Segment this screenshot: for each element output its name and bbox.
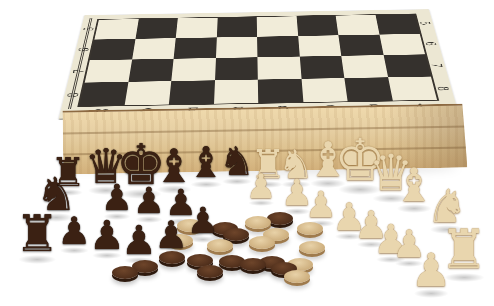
board-square-e7 [215,57,258,80]
board-square-f5 [176,18,218,38]
board-square-d6 [257,36,299,57]
rank-label-right-5: 5 [397,19,454,27]
checker-disc-light [284,270,310,283]
dark-pawn-piece: ♟ [154,216,188,254]
board-square-b5 [336,15,379,35]
board-square-e8 [214,79,259,103]
rank-label-right-7: 7 [407,61,468,70]
board-square-f7 [171,58,215,81]
board-square-b7 [341,55,387,78]
dark-rook-piece: ♜ [15,209,60,259]
checker-disc-dark [112,266,138,279]
board-square-g7 [128,59,174,82]
board-square-e5 [216,17,257,37]
board-square-f6 [174,37,217,59]
product-photo: 5678 5678 HGFEDCBA ♜♛♚♝♝♞♞♟♟♟♜♟♟♟♟♟♜♞♝♚♛… [0,0,494,306]
board-square-g5 [135,18,178,38]
dark-pawn-piece: ♟ [89,215,125,255]
board-square-g8 [124,81,171,105]
board-square-f8 [169,80,215,104]
rank-label-left-8: 8 [41,90,104,99]
checker-disc-light [249,236,275,249]
dark-pawn-piece: ♟ [57,212,91,250]
dark-pawn-piece: ♟ [121,220,157,260]
rank-label-right-8: 8 [412,84,475,93]
rank-label-right-6: 6 [402,40,461,48]
light-pawn-piece: ♟ [410,247,451,293]
dark-pawn-piece: ♟ [187,203,219,239]
rank-label-left-6: 6 [53,46,112,54]
checker-disc-dark [159,251,185,264]
board-square-d8 [258,79,303,103]
board-square-c5 [296,16,338,36]
board-square-c7 [299,56,344,79]
board-square-e6 [216,37,258,58]
checker-disc-light [299,241,325,254]
board-border: 5678 5678 HGFEDCBA [58,9,458,119]
board-square-d7 [257,57,301,80]
board-square-c6 [298,35,342,56]
rank-label-left-5: 5 [59,25,116,33]
board-square-g6 [132,38,176,60]
checker-disc-light [245,216,271,229]
board-top-face: 5678 5678 HGFEDCBA [57,1,459,122]
chess-board-grid [77,14,439,107]
checker-disc-light [207,239,233,252]
board-square-c8 [301,78,348,102]
board-square-b6 [338,34,383,55]
checker-disc-dark [197,265,223,278]
board-square-b8 [344,77,392,101]
checker-disc-light [297,222,323,235]
board-square-d5 [257,16,298,36]
checker-disc-dark [240,258,266,271]
dark-pawn-piece: ♟ [101,180,133,216]
light-pawn-piece: ♟ [246,169,276,203]
rank-label-left-7: 7 [47,67,108,76]
